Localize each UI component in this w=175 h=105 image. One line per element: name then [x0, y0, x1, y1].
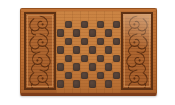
square-r6c3[interactable] [72, 63, 80, 72]
dark-square [73, 29, 80, 37]
square-r6c8[interactable] [112, 63, 120, 72]
square-r1c2[interactable] [64, 20, 72, 29]
square-r4c6[interactable] [96, 46, 104, 55]
dark-square [89, 63, 96, 71]
square-r7c6[interactable] [96, 71, 104, 80]
square-r2c3[interactable] [72, 29, 80, 38]
dark-square [81, 21, 88, 29]
square-r2c8[interactable] [112, 29, 120, 38]
square-r7c4[interactable] [80, 71, 88, 80]
square-r8c3[interactable] [72, 80, 80, 89]
dark-square [89, 80, 96, 88]
dark-square [81, 38, 88, 46]
square-r4c8[interactable] [112, 46, 120, 55]
dark-square [97, 55, 104, 63]
floral-carving-left [26, 14, 54, 88]
square-r3c7[interactable] [104, 37, 112, 46]
dark-square [105, 80, 112, 88]
square-r5c3[interactable] [72, 54, 80, 63]
dark-square [65, 72, 72, 80]
square-r4c3[interactable] [72, 46, 80, 55]
square-r5c8[interactable] [112, 54, 120, 63]
square-r7c7[interactable] [104, 71, 112, 80]
square-r1c7[interactable] [104, 20, 112, 29]
dark-square [89, 46, 96, 54]
board-surface [56, 11, 121, 93]
square-r7c8[interactable] [112, 71, 120, 80]
square-r7c1[interactable] [56, 71, 64, 80]
square-r6c4[interactable] [80, 63, 88, 72]
square-r8c1[interactable] [56, 80, 64, 89]
square-r3c6[interactable] [96, 37, 104, 46]
square-r2c4[interactable] [80, 29, 88, 38]
dark-square [81, 72, 88, 80]
square-r3c2[interactable] [64, 37, 72, 46]
dark-square [57, 29, 64, 37]
dark-square [73, 80, 80, 88]
square-r2c2[interactable] [64, 29, 72, 38]
square-r4c1[interactable] [56, 46, 64, 55]
dark-square [105, 29, 112, 37]
square-r2c5[interactable] [88, 29, 96, 38]
scene [0, 0, 175, 105]
square-r4c7[interactable] [104, 46, 112, 55]
dark-square [73, 46, 80, 54]
square-r6c5[interactable] [88, 63, 96, 72]
dark-square [97, 72, 104, 80]
square-r3c3[interactable] [72, 37, 80, 46]
square-r2c7[interactable] [104, 29, 112, 38]
dark-square [97, 38, 104, 46]
square-r7c2[interactable] [64, 71, 72, 80]
wooden-game-box [20, 8, 157, 96]
square-r5c1[interactable] [56, 54, 64, 63]
checkerboard[interactable] [56, 20, 120, 88]
square-r4c5[interactable] [88, 46, 96, 55]
square-r6c6[interactable] [96, 63, 104, 72]
square-r5c6[interactable] [96, 54, 104, 63]
wood-highlight [123, 14, 151, 88]
dark-square [105, 63, 112, 71]
carved-panel-right [121, 12, 153, 90]
square-r2c1[interactable] [56, 29, 64, 38]
square-r7c5[interactable] [88, 71, 96, 80]
dark-square [113, 55, 120, 63]
square-r8c5[interactable] [88, 80, 96, 89]
square-r3c5[interactable] [88, 37, 96, 46]
dark-square [57, 63, 64, 71]
square-r3c4[interactable] [80, 37, 88, 46]
dark-square [81, 55, 88, 63]
dark-square [65, 21, 72, 29]
carved-panel-left [24, 12, 56, 90]
dark-square [57, 80, 64, 88]
square-r1c4[interactable] [80, 20, 88, 29]
square-r6c1[interactable] [56, 63, 64, 72]
square-r2c6[interactable] [96, 29, 104, 38]
square-r5c7[interactable] [104, 54, 112, 63]
dark-square [113, 21, 120, 29]
dark-square [97, 21, 104, 29]
square-r1c3[interactable] [72, 20, 80, 29]
square-r7c3[interactable] [72, 71, 80, 80]
square-r6c2[interactable] [64, 63, 72, 72]
square-r5c5[interactable] [88, 54, 96, 63]
square-r1c8[interactable] [112, 20, 120, 29]
square-r3c8[interactable] [112, 37, 120, 46]
dark-square [73, 63, 80, 71]
dark-square [113, 72, 120, 80]
square-r1c5[interactable] [88, 20, 96, 29]
square-r3c1[interactable] [56, 37, 64, 46]
dark-square [65, 38, 72, 46]
dark-square [113, 38, 120, 46]
square-r8c8[interactable] [112, 80, 120, 89]
square-r8c7[interactable] [104, 80, 112, 89]
square-r8c6[interactable] [96, 80, 104, 89]
square-r1c6[interactable] [96, 20, 104, 29]
square-r5c4[interactable] [80, 54, 88, 63]
square-r4c4[interactable] [80, 46, 88, 55]
square-r6c7[interactable] [104, 63, 112, 72]
square-r8c2[interactable] [64, 80, 72, 89]
square-r1c1[interactable] [56, 20, 64, 29]
dark-square [89, 29, 96, 37]
dark-square [65, 55, 72, 63]
square-r5c2[interactable] [64, 54, 72, 63]
dark-square [57, 46, 64, 54]
dark-square [105, 46, 112, 54]
square-r4c2[interactable] [64, 46, 72, 55]
square-r8c4[interactable] [80, 80, 88, 89]
